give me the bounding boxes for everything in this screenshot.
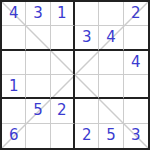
cell-r5c2[interactable]: 5 [26,99,50,123]
cell-r2c2[interactable] [26,26,50,50]
cell-r2c1[interactable] [2,26,26,50]
cell-r6c5[interactable]: 5 [99,124,123,148]
cell-r4c5[interactable] [99,75,123,99]
cell-r4c2[interactable] [26,75,50,99]
cell-r3c2[interactable] [26,51,50,75]
cell-r2c3[interactable] [51,26,75,50]
cell-r5c5[interactable] [99,99,123,123]
cell-r3c4[interactable] [75,51,99,75]
cell-r3c6[interactable]: 4 [124,51,148,75]
cell-r2c4[interactable]: 3 [75,26,99,50]
cell-r4c4[interactable] [75,75,99,99]
cell-r3c1[interactable] [2,51,26,75]
cell-r5c6[interactable] [124,99,148,123]
cell-r5c1[interactable] [2,99,26,123]
cell-r2c6[interactable] [124,26,148,50]
cell-r6c1[interactable]: 6 [2,124,26,148]
cell-r3c3[interactable] [51,51,75,75]
cell-r4c6[interactable] [124,75,148,99]
sudoku-board: 43123441526253 [0,0,150,150]
cell-r1c2[interactable]: 3 [26,2,50,26]
cell-r4c3[interactable] [51,75,75,99]
cell-r6c3[interactable] [51,124,75,148]
cell-r6c6[interactable]: 3 [124,124,148,148]
cell-r5c3[interactable]: 2 [51,99,75,123]
cell-r3c5[interactable] [99,51,123,75]
cell-r1c5[interactable] [99,2,123,26]
cell-r1c6[interactable]: 2 [124,2,148,26]
cell-r6c4[interactable]: 2 [75,124,99,148]
cell-r5c4[interactable] [75,99,99,123]
sudoku-grid: 43123441526253 [2,2,148,148]
cell-r4c1[interactable]: 1 [2,75,26,99]
cell-r6c2[interactable] [26,124,50,148]
cell-r1c3[interactable]: 1 [51,2,75,26]
cell-r1c4[interactable] [75,2,99,26]
cell-r1c1[interactable]: 4 [2,2,26,26]
cell-r2c5[interactable]: 4 [99,26,123,50]
